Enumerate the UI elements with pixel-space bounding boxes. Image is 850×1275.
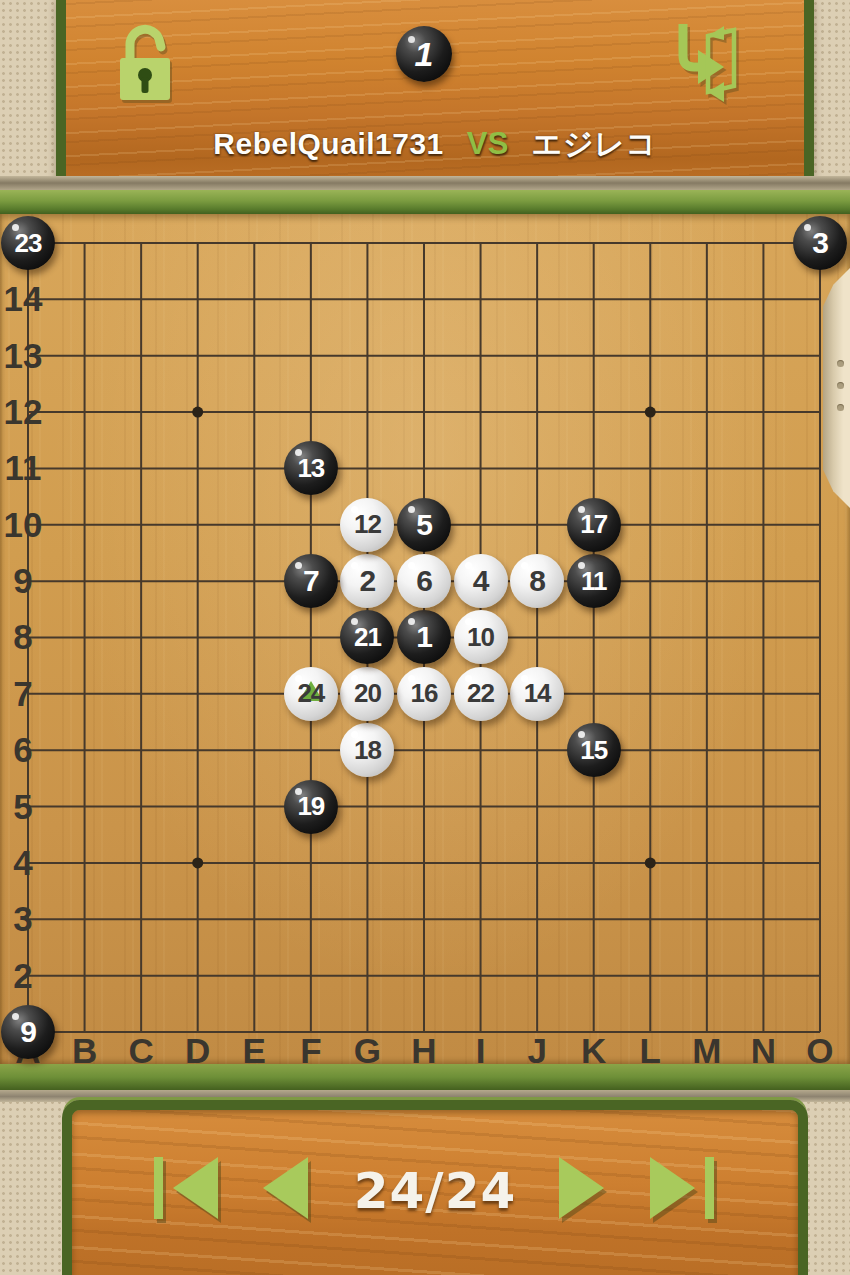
stone-move-number: 7 — [303, 564, 319, 598]
stone-move-number: 5 — [416, 508, 432, 542]
stone-move-number: 4 — [473, 564, 489, 598]
players-bar: RebelQuail1731 VS エジレコ — [66, 124, 804, 165]
header-inner: 1 RebelQuail1731 VS エジレコ — [66, 0, 804, 188]
stone-move-8-white-J9: 8 — [510, 554, 564, 608]
last-move-button[interactable] — [644, 1156, 718, 1226]
stone-move-number: 20 — [354, 678, 381, 709]
stone-move-3-black-O15: 3 — [793, 216, 847, 270]
stone-move-24-white-F7: 24 — [284, 667, 338, 721]
first-move-button[interactable] — [152, 1156, 226, 1226]
stone-move-7-black-F9: 7 — [284, 554, 338, 608]
stone-move-9-black-A1: 9 — [1, 1005, 55, 1059]
stone-move-number: 2 — [360, 564, 376, 598]
stone-move-22-white-I7: 22 — [454, 667, 508, 721]
stone-move-number: 17 — [580, 509, 607, 540]
stone-move-6-white-H9: 6 — [397, 554, 451, 608]
move-badge-number: 1 — [415, 35, 434, 74]
board-frame-top — [0, 190, 850, 214]
stone-move-19-black-F5: 19 — [284, 780, 338, 834]
previous-move-button[interactable] — [260, 1156, 314, 1226]
handle-dot-icon — [837, 382, 844, 389]
stone-move-number: 22 — [467, 678, 494, 709]
side-drawer-handle[interactable] — [823, 268, 850, 508]
stone-move-number: 6 — [416, 564, 432, 598]
stone-move-5-black-H10: 5 — [397, 498, 451, 552]
move-counter: 24/24 — [354, 1162, 516, 1220]
player-black-name: RebelQuail1731 — [213, 127, 443, 160]
stone-move-number: 14 — [524, 678, 551, 709]
stone-move-14-white-J7: 14 — [510, 667, 564, 721]
vs-label: VS — [467, 126, 509, 161]
board-surface[interactable]: 123456789101112131415ABCDEFGHIJKLMNO1234… — [0, 214, 850, 1064]
stone-move-number: 18 — [354, 735, 381, 766]
stone-move-13-black-F11: 13 — [284, 441, 338, 495]
header-panel: 1 RebelQuail1731 VS エジレコ — [56, 0, 814, 198]
move-number-badge: 1 — [396, 26, 452, 82]
stone-move-number: 13 — [297, 453, 324, 484]
stone-move-23-black-A15: 23 — [1, 216, 55, 270]
frame-ridge-top — [0, 176, 850, 190]
handle-dot-icon — [837, 360, 844, 367]
player-white-name: エジレコ — [532, 127, 657, 160]
gomoku-app-screen: { "game": "Gomoku (Five in a Row), 15x15… — [0, 0, 850, 1275]
stone-move-number: 24 — [297, 678, 324, 709]
stone-move-number: 16 — [411, 678, 438, 709]
stone-move-number: 8 — [529, 564, 545, 598]
stone-move-number: 19 — [297, 791, 324, 822]
stone-move-number: 9 — [20, 1015, 36, 1049]
stone-move-11-black-K9: 11 — [567, 554, 621, 608]
stone-move-number: 1 — [416, 620, 432, 654]
counter-separator: / — [425, 1162, 444, 1220]
stone-move-20-white-G7: 20 — [340, 667, 394, 721]
stone-move-number: 21 — [354, 622, 381, 653]
next-move-button[interactable] — [556, 1156, 610, 1226]
exit-icon[interactable] — [674, 20, 742, 108]
move-navigation: 24/24 — [72, 1156, 798, 1226]
stone-move-10-white-I8: 10 — [454, 610, 508, 664]
stone-move-12-white-G10: 12 — [340, 498, 394, 552]
stone-move-16-white-H7: 16 — [397, 667, 451, 721]
stone-move-number: 15 — [580, 735, 607, 766]
unlock-icon[interactable] — [114, 18, 176, 104]
stone-move-number: 23 — [15, 228, 42, 259]
stone-move-number: 10 — [467, 622, 494, 653]
stone-move-15-black-K6: 15 — [567, 723, 621, 777]
handle-dot-icon — [837, 404, 844, 411]
current-move: 24 — [354, 1162, 426, 1220]
total-moves: 24 — [445, 1162, 517, 1220]
board-frame-bottom — [0, 1064, 850, 1090]
stone-move-4-white-I9: 4 — [454, 554, 508, 608]
stone-move-17-black-K10: 17 — [567, 498, 621, 552]
stone-move-number: 3 — [812, 226, 828, 260]
stone-move-number: 11 — [581, 566, 607, 597]
move-navigation-panel: 24/24 — [62, 1100, 808, 1275]
stone-move-number: 12 — [354, 509, 381, 540]
